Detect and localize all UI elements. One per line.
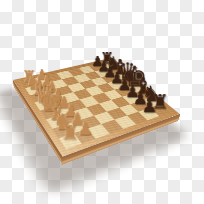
white-rook-h1: ♜ xyxy=(57,124,84,141)
black-pawn-h7: ♟ xyxy=(137,100,160,114)
transparency-background: ♜♞♝♛♚♝♞♜♟♟♟♟♟♟♟♟♟♟♟♟♟♟♟♟♜♞♝♛♚♝♞♜ xyxy=(0,0,204,204)
chess-board: ♜♞♝♛♚♝♞♜♟♟♟♟♟♟♟♟♟♟♟♟♟♟♟♟♜♞♝♛♚♝♞♜ xyxy=(13,58,180,157)
